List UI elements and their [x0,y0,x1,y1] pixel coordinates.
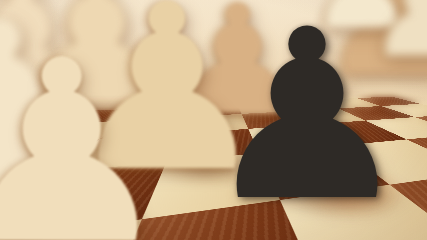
chess-photo-scene: ♟♟♟♟♟♟♟♟♟♟ [0,0,427,240]
piece-white-pawn-c4: ♟ [0,55,175,240]
piece-black-pawn-e5: ♟ [202,24,413,207]
